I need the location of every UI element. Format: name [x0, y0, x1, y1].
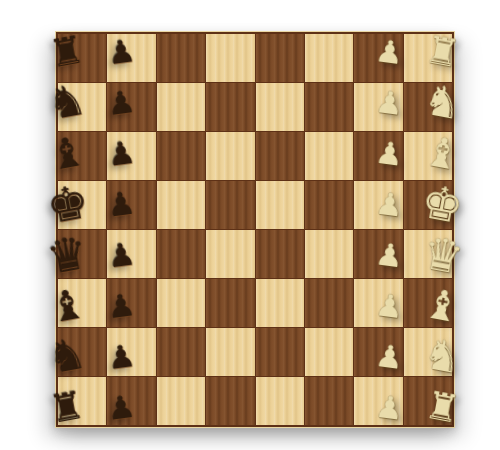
piece-wp-h2: ♟ [373, 35, 405, 69]
square-h2[interactable]: ♟ [354, 34, 402, 82]
piece-bp-c7: ♟ [105, 289, 137, 323]
square-e8[interactable]: ♚ [58, 181, 106, 229]
square-a4[interactable] [256, 377, 304, 425]
piece-wb-f1: ♝ [421, 130, 465, 177]
piece-bk-e8: ♚ [43, 178, 92, 231]
square-a5[interactable] [206, 377, 254, 425]
square-a2[interactable]: ♟ [354, 377, 402, 425]
piece-bp-f7: ♟ [105, 136, 137, 170]
square-g8[interactable]: ♞ [58, 83, 106, 131]
piece-bn-g8: ♞ [45, 78, 90, 126]
square-c2[interactable]: ♟ [354, 279, 402, 327]
square-b1[interactable]: ♞ [404, 328, 452, 376]
square-a7[interactable]: ♟ [107, 377, 155, 425]
square-f3[interactable] [305, 132, 353, 180]
square-g6[interactable] [157, 83, 205, 131]
square-h7[interactable]: ♟ [107, 34, 155, 82]
piece-wp-g2: ♟ [373, 85, 405, 119]
piece-bp-g7: ♟ [105, 85, 137, 119]
square-c7[interactable]: ♟ [107, 279, 155, 327]
piece-bn-b8: ♞ [45, 332, 90, 380]
piece-br-h8: ♜ [47, 30, 87, 74]
square-f1[interactable]: ♝ [404, 132, 452, 180]
square-h1[interactable]: ♜ [404, 34, 452, 82]
piece-wp-a2: ♟ [373, 390, 405, 424]
square-b4[interactable] [256, 328, 304, 376]
square-g1[interactable]: ♞ [404, 83, 452, 131]
piece-wp-d2: ♟ [373, 238, 405, 272]
piece-wp-e2: ♟ [373, 187, 405, 221]
square-d7[interactable]: ♟ [107, 230, 155, 278]
square-f8[interactable]: ♝ [58, 132, 106, 180]
square-g5[interactable] [206, 83, 254, 131]
piece-wn-b1: ♞ [420, 332, 465, 380]
square-d3[interactable] [305, 230, 353, 278]
square-e6[interactable] [157, 181, 205, 229]
square-f4[interactable] [256, 132, 304, 180]
square-d4[interactable] [256, 230, 304, 278]
square-e4[interactable] [256, 181, 304, 229]
square-c6[interactable] [157, 279, 205, 327]
square-e1[interactable]: ♚ [404, 181, 452, 229]
piece-wk-e1: ♚ [418, 178, 467, 231]
square-e2[interactable]: ♟ [354, 181, 402, 229]
square-b3[interactable] [305, 328, 353, 376]
piece-wp-b2: ♟ [373, 339, 405, 373]
square-a6[interactable] [157, 377, 205, 425]
piece-bb-c8: ♝ [46, 282, 90, 329]
piece-bq-d8: ♛ [44, 229, 92, 281]
piece-bp-e7: ♟ [105, 187, 137, 221]
square-g3[interactable] [305, 83, 353, 131]
square-h3[interactable] [305, 34, 353, 82]
square-b7[interactable]: ♟ [107, 328, 155, 376]
piece-bp-a7: ♟ [105, 390, 137, 424]
square-e3[interactable] [305, 181, 353, 229]
piece-wr-h1: ♜ [422, 30, 462, 74]
square-a3[interactable] [305, 377, 353, 425]
square-g7[interactable]: ♟ [107, 83, 155, 131]
square-d2[interactable]: ♟ [354, 230, 402, 278]
piece-wb-c1: ♝ [421, 282, 465, 329]
square-c4[interactable] [256, 279, 304, 327]
square-c1[interactable]: ♝ [404, 279, 452, 327]
square-h4[interactable] [256, 34, 304, 82]
square-c3[interactable] [305, 279, 353, 327]
piece-bb-f8: ♝ [46, 130, 90, 177]
square-a8[interactable]: ♜ [58, 377, 106, 425]
square-f6[interactable] [157, 132, 205, 180]
piece-wn-g1: ♞ [420, 78, 465, 126]
chess-board: ♜♟♟♜♞♟♟♞♝♟♟♝♚♟♟♚♛♟♟♛♝♟♟♝♞♟♟♞♜♟♟♜ [55, 31, 455, 428]
piece-wp-f2: ♟ [373, 136, 405, 170]
square-d6[interactable] [157, 230, 205, 278]
piece-wq-d1: ♛ [419, 229, 467, 281]
piece-wr-a1: ♜ [422, 386, 462, 430]
piece-bp-b7: ♟ [105, 339, 137, 373]
piece-wp-c2: ♟ [373, 289, 405, 323]
square-f2[interactable]: ♟ [354, 132, 402, 180]
square-g2[interactable]: ♟ [354, 83, 402, 131]
square-h8[interactable]: ♜ [58, 34, 106, 82]
square-c8[interactable]: ♝ [58, 279, 106, 327]
square-h5[interactable] [206, 34, 254, 82]
square-e5[interactable] [206, 181, 254, 229]
square-f5[interactable] [206, 132, 254, 180]
square-d5[interactable] [206, 230, 254, 278]
square-b2[interactable]: ♟ [354, 328, 402, 376]
piece-bp-h7: ♟ [105, 35, 137, 69]
square-g4[interactable] [256, 83, 304, 131]
photo-background: ♜♟♟♜♞♟♟♞♝♟♟♝♚♟♟♚♛♟♟♛♝♟♟♝♞♟♟♞♜♟♟♜ [0, 0, 500, 450]
square-b6[interactable] [157, 328, 205, 376]
square-b5[interactable] [206, 328, 254, 376]
square-d8[interactable]: ♛ [58, 230, 106, 278]
square-e7[interactable]: ♟ [107, 181, 155, 229]
piece-bp-d7: ♟ [105, 238, 137, 272]
square-h6[interactable] [157, 34, 205, 82]
piece-br-a8: ♜ [47, 386, 87, 430]
square-f7[interactable]: ♟ [107, 132, 155, 180]
square-b8[interactable]: ♞ [58, 328, 106, 376]
square-a1[interactable]: ♜ [404, 377, 452, 425]
square-d1[interactable]: ♛ [404, 230, 452, 278]
square-c5[interactable] [206, 279, 254, 327]
